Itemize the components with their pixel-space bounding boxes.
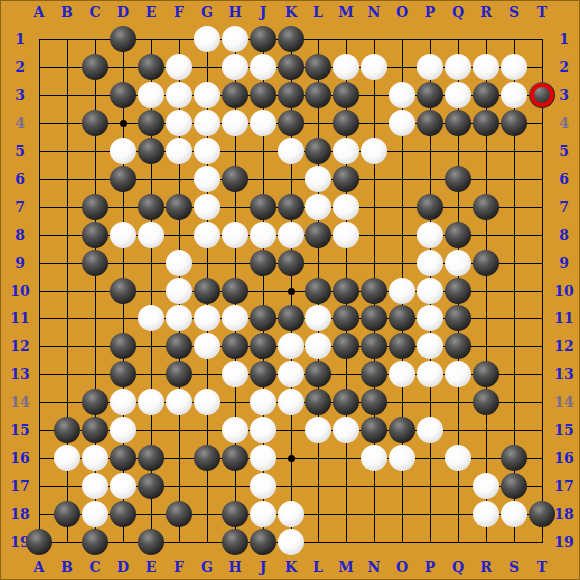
stone-white-l11: [305, 305, 331, 331]
row-label-right: 1: [550, 32, 578, 46]
column-label-top: O: [388, 5, 416, 19]
column-label-bottom: D: [109, 560, 137, 574]
row-label-right: 19: [550, 535, 578, 549]
column-label-top: S: [500, 5, 528, 19]
stone-black-l8: [305, 222, 331, 248]
column-label-top: L: [304, 5, 332, 19]
stone-black-d1: [110, 26, 136, 52]
stone-white-q13: [445, 361, 471, 387]
stone-black-l10: [305, 278, 331, 304]
stone-white-j15: [250, 417, 276, 443]
column-label-top: K: [277, 5, 305, 19]
column-label-top: J: [249, 5, 277, 19]
stone-black-s17: [501, 473, 527, 499]
stone-black-j7: [250, 194, 276, 220]
column-label-bottom: N: [360, 560, 388, 574]
stone-white-q9: [445, 250, 471, 276]
column-label-bottom: B: [53, 560, 81, 574]
stone-white-p13: [417, 361, 443, 387]
stone-black-l2: [305, 54, 331, 80]
stone-black-l14: [305, 389, 331, 415]
stone-white-k5: [278, 138, 304, 164]
stone-white-d17: [110, 473, 136, 499]
stone-black-e4: [138, 110, 164, 136]
column-label-top: R: [472, 5, 500, 19]
stone-black-o11: [389, 305, 415, 331]
stone-white-d8: [110, 222, 136, 248]
stone-black-k3: [278, 82, 304, 108]
column-label-bottom: Q: [444, 560, 472, 574]
row-label-right: 14: [550, 395, 578, 409]
row-label-left: 16: [6, 451, 34, 465]
row-label-right: 10: [550, 284, 578, 298]
stone-black-h18: [222, 501, 248, 527]
stone-black-l5: [305, 138, 331, 164]
stone-white-f14: [166, 389, 192, 415]
stone-black-e5: [138, 138, 164, 164]
stone-white-p2: [417, 54, 443, 80]
stone-black-q6: [445, 166, 471, 192]
stone-black-r13: [473, 361, 499, 387]
stone-black-k2: [278, 54, 304, 80]
column-label-bottom: K: [277, 560, 305, 574]
stone-white-j18: [250, 501, 276, 527]
stone-black-h19: [222, 529, 248, 555]
stone-black-h16: [222, 445, 248, 471]
stone-black-h6: [222, 166, 248, 192]
stone-white-o16: [389, 445, 415, 471]
stone-white-s3: [501, 82, 527, 108]
stone-black-h10: [222, 278, 248, 304]
stone-black-m4: [333, 110, 359, 136]
stone-black-k7: [278, 194, 304, 220]
stone-black-g16: [194, 445, 220, 471]
stone-white-g8: [194, 222, 220, 248]
column-label-top: F: [165, 5, 193, 19]
stone-black-m14: [333, 389, 359, 415]
stone-black-s4: [501, 110, 527, 136]
stone-black-f13: [166, 361, 192, 387]
stone-white-h13: [222, 361, 248, 387]
row-label-right: 6: [550, 172, 578, 186]
stone-black-n13: [361, 361, 387, 387]
stone-black-r14: [473, 389, 499, 415]
stone-black-c14: [82, 389, 108, 415]
go-board[interactable]: AABBCCDDEEFFGGHHJJKKLLMMNNOOPPQQRRSSTT11…: [0, 0, 580, 580]
column-label-bottom: J: [249, 560, 277, 574]
stone-white-m5: [333, 138, 359, 164]
column-label-top: Q: [444, 5, 472, 19]
stone-white-g3: [194, 82, 220, 108]
row-label-left: 13: [6, 367, 34, 381]
stone-white-j14: [250, 389, 276, 415]
stone-white-g1: [194, 26, 220, 52]
stone-white-j2: [250, 54, 276, 80]
row-label-right: 16: [550, 451, 578, 465]
stone-white-e3: [138, 82, 164, 108]
stone-black-b18: [54, 501, 80, 527]
stone-black-r9: [473, 250, 499, 276]
stone-black-c8: [82, 222, 108, 248]
stone-black-q4: [445, 110, 471, 136]
stone-black-q8: [445, 222, 471, 248]
stone-black-m11: [333, 305, 359, 331]
stone-black-c2: [82, 54, 108, 80]
stone-white-g6: [194, 166, 220, 192]
stone-black-d3: [110, 82, 136, 108]
stone-white-g5: [194, 138, 220, 164]
stone-black-e19: [138, 529, 164, 555]
row-label-right: 12: [550, 339, 578, 353]
stone-white-d5: [110, 138, 136, 164]
stone-black-r4: [473, 110, 499, 136]
stone-white-f2: [166, 54, 192, 80]
stone-white-m8: [333, 222, 359, 248]
row-label-left: 2: [6, 60, 34, 74]
row-label-right: 15: [550, 423, 578, 437]
stone-black-s16: [501, 445, 527, 471]
stone-black-k11: [278, 305, 304, 331]
stone-black-l13: [305, 361, 331, 387]
stone-black-p3: [417, 82, 443, 108]
stone-black-o12: [389, 333, 415, 359]
stone-black-e7: [138, 194, 164, 220]
stone-black-m3: [333, 82, 359, 108]
column-label-bottom: S: [500, 560, 528, 574]
stone-white-n16: [361, 445, 387, 471]
column-label-top: A: [25, 5, 53, 19]
stone-black-r7: [473, 194, 499, 220]
stone-black-j9: [250, 250, 276, 276]
stone-white-k14: [278, 389, 304, 415]
column-label-bottom: M: [332, 560, 360, 574]
stone-white-s18: [501, 501, 527, 527]
stone-white-h15: [222, 417, 248, 443]
stone-black-e16: [138, 445, 164, 471]
stone-white-q2: [445, 54, 471, 80]
stone-white-j17: [250, 473, 276, 499]
row-label-right: 5: [550, 144, 578, 158]
stone-black-c4: [82, 110, 108, 136]
column-label-bottom: G: [193, 560, 221, 574]
stone-black-p7: [417, 194, 443, 220]
stone-white-o4: [389, 110, 415, 136]
stone-white-m2: [333, 54, 359, 80]
column-label-top: C: [81, 5, 109, 19]
stone-white-q3: [445, 82, 471, 108]
stone-white-l12: [305, 333, 331, 359]
column-label-bottom: A: [25, 560, 53, 574]
stone-white-p15: [417, 417, 443, 443]
stone-black-b15: [54, 417, 80, 443]
stone-white-l7: [305, 194, 331, 220]
column-label-bottom: F: [165, 560, 193, 574]
stone-white-p12: [417, 333, 443, 359]
stone-black-d18: [110, 501, 136, 527]
stone-white-g11: [194, 305, 220, 331]
row-label-left: 18: [6, 507, 34, 521]
stone-white-o13: [389, 361, 415, 387]
stone-black-e2: [138, 54, 164, 80]
stone-white-f9: [166, 250, 192, 276]
column-label-top: P: [416, 5, 444, 19]
stone-white-g7: [194, 194, 220, 220]
stone-black-d10: [110, 278, 136, 304]
row-label-right: 2: [550, 60, 578, 74]
stone-black-m12: [333, 333, 359, 359]
stone-white-f4: [166, 110, 192, 136]
column-label-bottom: L: [304, 560, 332, 574]
stone-white-p8: [417, 222, 443, 248]
stone-black-h12: [222, 333, 248, 359]
row-label-left: 6: [6, 172, 34, 186]
stone-black-m10: [333, 278, 359, 304]
stone-white-c16: [82, 445, 108, 471]
column-label-top: N: [360, 5, 388, 19]
column-label-bottom: O: [388, 560, 416, 574]
stone-white-o10: [389, 278, 415, 304]
row-label-left: 12: [6, 339, 34, 353]
stone-black-h3: [222, 82, 248, 108]
stone-white-e8: [138, 222, 164, 248]
stone-black-d16: [110, 445, 136, 471]
stone-black-f7: [166, 194, 192, 220]
stone-black-n14: [361, 389, 387, 415]
stone-black-q10: [445, 278, 471, 304]
stone-white-h1: [222, 26, 248, 52]
stone-black-l3: [305, 82, 331, 108]
stone-white-j4: [250, 110, 276, 136]
stone-black-d13: [110, 361, 136, 387]
stone-black-j19: [250, 529, 276, 555]
stone-white-q16: [445, 445, 471, 471]
stone-white-k19: [278, 529, 304, 555]
row-label-right: 9: [550, 256, 578, 270]
hoshi-point: [288, 455, 295, 462]
stone-black-p4: [417, 110, 443, 136]
stone-black-j1: [250, 26, 276, 52]
stone-white-c17: [82, 473, 108, 499]
stone-white-r2: [473, 54, 499, 80]
stone-black-n10: [361, 278, 387, 304]
grid-line-vertical: [542, 39, 543, 543]
stone-white-l15: [305, 417, 331, 443]
column-label-top: G: [193, 5, 221, 19]
stone-white-g4: [194, 110, 220, 136]
stone-black-f12: [166, 333, 192, 359]
row-label-left: 5: [6, 144, 34, 158]
stone-black-g10: [194, 278, 220, 304]
stone-black-q11: [445, 305, 471, 331]
stone-white-j8: [250, 222, 276, 248]
column-label-bottom: H: [221, 560, 249, 574]
stone-white-p10: [417, 278, 443, 304]
stone-black-r3: [473, 82, 499, 108]
stone-white-k18: [278, 501, 304, 527]
stone-white-p9: [417, 250, 443, 276]
row-label-right: 4: [550, 116, 578, 130]
row-label-right: 13: [550, 367, 578, 381]
stone-black-m6: [333, 166, 359, 192]
stone-black-e17: [138, 473, 164, 499]
stone-black-c7: [82, 194, 108, 220]
stone-white-o3: [389, 82, 415, 108]
stone-black-o15: [389, 417, 415, 443]
stone-white-l6: [305, 166, 331, 192]
stone-black-c9: [82, 250, 108, 276]
stone-black-f18: [166, 501, 192, 527]
row-label-left: 15: [6, 423, 34, 437]
stone-white-n2: [361, 54, 387, 80]
stone-black-n15: [361, 417, 387, 443]
stone-black-t18: [529, 501, 555, 527]
stone-black-d6: [110, 166, 136, 192]
row-label-right: 17: [550, 479, 578, 493]
column-label-top: H: [221, 5, 249, 19]
stone-black-j11: [250, 305, 276, 331]
stone-black-j12: [250, 333, 276, 359]
row-label-left: 3: [6, 88, 34, 102]
row-label-left: 11: [6, 311, 34, 325]
stone-black-j13: [250, 361, 276, 387]
row-label-right: 8: [550, 228, 578, 242]
stone-black-k1: [278, 26, 304, 52]
last-move-marker: [530, 83, 554, 107]
stone-white-h8: [222, 222, 248, 248]
stone-black-k9: [278, 250, 304, 276]
row-label-left: 10: [6, 284, 34, 298]
stone-white-e11: [138, 305, 164, 331]
stone-black-j3: [250, 82, 276, 108]
row-label-right: 7: [550, 200, 578, 214]
column-label-bottom: E: [137, 560, 165, 574]
stone-white-c18: [82, 501, 108, 527]
stone-white-f10: [166, 278, 192, 304]
column-label-bottom: R: [472, 560, 500, 574]
row-label-left: 9: [6, 256, 34, 270]
stone-white-m15: [333, 417, 359, 443]
column-label-top: T: [528, 5, 556, 19]
column-label-top: D: [109, 5, 137, 19]
column-label-bottom: C: [81, 560, 109, 574]
stone-black-q12: [445, 333, 471, 359]
stone-white-k13: [278, 361, 304, 387]
stone-white-f3: [166, 82, 192, 108]
stone-white-j16: [250, 445, 276, 471]
stone-white-k8: [278, 222, 304, 248]
row-label-left: 17: [6, 479, 34, 493]
stone-white-h11: [222, 305, 248, 331]
stone-white-r17: [473, 473, 499, 499]
row-label-left: 7: [6, 200, 34, 214]
stone-white-p11: [417, 305, 443, 331]
row-label-left: 8: [6, 228, 34, 242]
stone-white-g14: [194, 389, 220, 415]
stone-white-h2: [222, 54, 248, 80]
stone-white-d15: [110, 417, 136, 443]
stone-black-d12: [110, 333, 136, 359]
column-label-top: M: [332, 5, 360, 19]
row-label-right: 11: [550, 311, 578, 325]
stone-black-k4: [278, 110, 304, 136]
stone-white-n5: [361, 138, 387, 164]
row-label-left: 1: [6, 32, 34, 46]
stone-white-s2: [501, 54, 527, 80]
stone-white-m7: [333, 194, 359, 220]
stone-white-e14: [138, 389, 164, 415]
row-label-left: 4: [6, 116, 34, 130]
stone-white-k12: [278, 333, 304, 359]
column-label-top: E: [137, 5, 165, 19]
stone-black-n12: [361, 333, 387, 359]
column-label-top: B: [53, 5, 81, 19]
column-label-bottom: P: [416, 560, 444, 574]
stone-black-c15: [82, 417, 108, 443]
stone-white-h4: [222, 110, 248, 136]
hoshi-point: [120, 120, 127, 127]
row-label-left: 14: [6, 395, 34, 409]
stone-white-d14: [110, 389, 136, 415]
column-label-bottom: T: [528, 560, 556, 574]
stone-white-b16: [54, 445, 80, 471]
stone-black-n11: [361, 305, 387, 331]
stone-black-c19: [82, 529, 108, 555]
stone-white-f5: [166, 138, 192, 164]
hoshi-point: [288, 288, 295, 295]
stone-black-a19: [26, 529, 52, 555]
stone-white-r18: [473, 501, 499, 527]
stone-white-g12: [194, 333, 220, 359]
stone-white-f11: [166, 305, 192, 331]
